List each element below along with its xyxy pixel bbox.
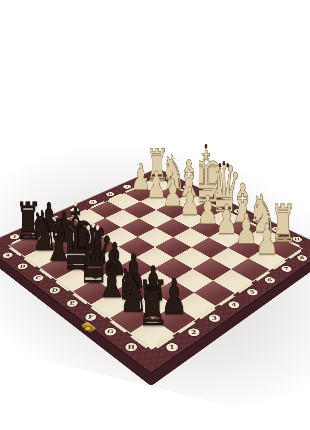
piece-glyph: ♟ <box>121 250 147 292</box>
file-label-G: G <box>271 227 282 232</box>
piece-black-queen-e1: ♛ <box>84 217 102 291</box>
rank-label-8: 8 <box>139 178 147 182</box>
file-label-G: G <box>104 328 116 336</box>
piece-black-bishop-f1: ♝ <box>103 243 121 304</box>
file-label-D: D <box>216 201 225 205</box>
file-label-C: C <box>32 275 44 281</box>
file-label-H: H <box>291 237 302 242</box>
file-label-C: C <box>199 193 208 197</box>
rank-label-6: 6 <box>264 277 276 283</box>
piece-glyph: ♟ <box>68 218 92 257</box>
piece-black-knight-g1: ♞ <box>122 258 141 318</box>
piece-glyph: ♞ <box>114 260 149 318</box>
rank-label-8: 8 <box>297 255 309 261</box>
piece-black-pawn-e2: ♟ <box>106 237 123 279</box>
file-label-B: B <box>183 185 191 189</box>
file-label-E: E <box>233 209 243 213</box>
piece-black-pawn-d2: ♟ <box>89 227 106 268</box>
rank-label-3: 3 <box>209 314 221 321</box>
file-label-F: F <box>252 218 262 223</box>
piece-black-pawn-c2: ♟ <box>72 217 88 257</box>
crown-finial <box>92 223 95 228</box>
file-label-A: A <box>167 178 175 182</box>
crown-finial <box>205 144 208 149</box>
file-label-E: E <box>66 300 78 307</box>
file-label-F: F <box>85 313 97 320</box>
file-label-A: A <box>2 252 14 258</box>
rank-label-5: 5 <box>247 289 259 296</box>
piece-black-pawn-g2: ♟ <box>144 260 162 305</box>
file-label-H: H <box>125 343 137 351</box>
piece-white-pawn-b7: ♟ <box>149 167 163 202</box>
piece-black-pawn-h2: ♟ <box>165 273 184 319</box>
file-label-D: D <box>49 287 61 293</box>
piece-glyph: ♛ <box>71 220 114 292</box>
rank-label-1: 1 <box>166 343 178 351</box>
piece-glyph: ♟ <box>161 274 188 319</box>
product-photo: ABCDEFGH ABCDEFGH 87654321 87654321 ♜♞♝♚… <box>0 0 310 430</box>
piece-glyph: ♟ <box>140 262 166 305</box>
rank-label-4: 4 <box>228 301 240 308</box>
piece-glyph: ♟ <box>85 228 109 268</box>
piece-glyph: ♟ <box>146 168 167 202</box>
rank-label-2: 2 <box>188 328 200 336</box>
rank-label-7: 7 <box>281 266 293 272</box>
file-label-B: B <box>17 263 29 269</box>
piece-black-pawn-f2: ♟ <box>125 249 143 292</box>
piece-glyph: ♟ <box>102 238 127 279</box>
piece-glyph: ♜ <box>135 276 170 333</box>
piece-glyph: ♝ <box>94 246 129 305</box>
piece-black-rook-h1: ♜ <box>143 274 162 333</box>
